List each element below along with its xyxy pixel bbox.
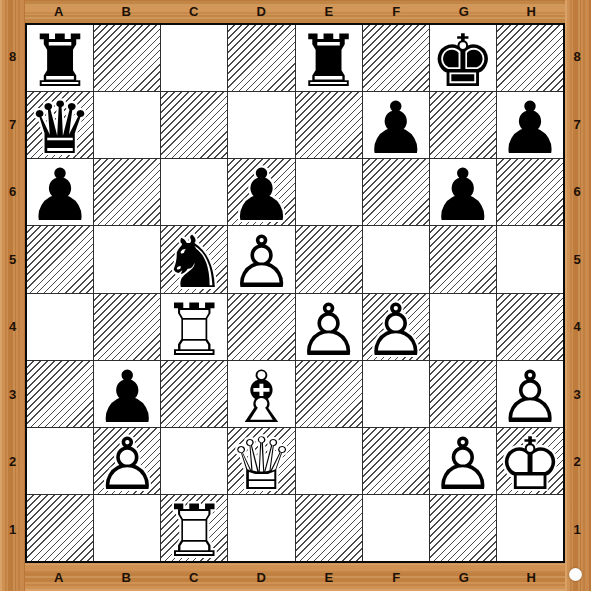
rank-labels-left: 87654321	[0, 23, 25, 563]
square-a1[interactable]	[27, 495, 93, 561]
file-label-a: A	[25, 565, 93, 589]
square-b1[interactable]	[94, 495, 160, 561]
square-b6[interactable]	[94, 159, 160, 225]
square-c2[interactable]	[161, 428, 227, 494]
file-label-d: D	[228, 565, 296, 589]
square-h2[interactable]: ♚♔	[497, 428, 563, 494]
square-h8[interactable]	[497, 25, 563, 91]
square-g1[interactable]	[430, 495, 496, 561]
black-piece-glyph: ♞	[161, 229, 227, 295]
square-d1[interactable]	[228, 495, 294, 561]
white-piece-glyph: ♙	[363, 297, 429, 363]
black-piece-glyph: ♜	[296, 28, 362, 94]
rank-label-7: 7	[0, 91, 25, 159]
square-d5[interactable]: ♟♙	[228, 226, 294, 292]
square-d4[interactable]	[228, 294, 294, 360]
white-pawn-g2[interactable]: ♟♙	[430, 428, 496, 494]
square-a4[interactable]	[27, 294, 93, 360]
square-b8[interactable]	[94, 25, 160, 91]
square-a7[interactable]: ♛♛	[27, 92, 93, 158]
square-b3[interactable]: ♟♟	[94, 361, 160, 427]
rank-label-3: 3	[565, 361, 589, 429]
rank-label-1: 1	[0, 496, 25, 564]
square-g8[interactable]: ♚♚	[430, 25, 496, 91]
square-c4[interactable]: ♜♖	[161, 294, 227, 360]
file-label-h: H	[498, 565, 566, 589]
square-g7[interactable]	[430, 92, 496, 158]
square-h1[interactable]	[497, 495, 563, 561]
square-c5[interactable]: ♞♞	[161, 226, 227, 292]
square-c3[interactable]	[161, 361, 227, 427]
black-piece-glyph: ♛	[27, 95, 93, 161]
white-pawn-h3[interactable]: ♟♙	[497, 361, 563, 427]
square-g5[interactable]	[430, 226, 496, 292]
square-a8[interactable]: ♜♜	[27, 25, 93, 91]
square-e4[interactable]: ♟♙	[296, 294, 362, 360]
square-c1[interactable]: ♜♖	[161, 495, 227, 561]
black-knight-c5[interactable]: ♞♞	[161, 226, 227, 292]
file-label-b: B	[93, 565, 161, 589]
file-labels-bottom: ABCDEFGH	[25, 565, 565, 589]
rank-label-6: 6	[565, 158, 589, 226]
file-label-g: G	[430, 565, 498, 589]
square-b2[interactable]: ♟♙	[94, 428, 160, 494]
white-pawn-f4[interactable]: ♟♙	[363, 294, 429, 360]
square-e6[interactable]	[296, 159, 362, 225]
square-d8[interactable]	[228, 25, 294, 91]
black-pawn-a6[interactable]: ♟♟	[27, 159, 93, 225]
rank-label-5: 5	[565, 226, 589, 294]
square-f1[interactable]	[363, 495, 429, 561]
square-e5[interactable]	[296, 226, 362, 292]
square-b7[interactable]	[94, 92, 160, 158]
rank-label-2: 2	[565, 428, 589, 496]
file-label-f: F	[363, 565, 431, 589]
file-label-b: B	[93, 0, 161, 23]
square-f6[interactable]	[363, 159, 429, 225]
white-piece-glyph: ♖	[161, 297, 227, 363]
rank-label-2: 2	[0, 428, 25, 496]
black-piece-glyph: ♟	[228, 162, 294, 228]
square-e7[interactable]	[296, 92, 362, 158]
square-c8[interactable]	[161, 25, 227, 91]
square-a6[interactable]: ♟♟	[27, 159, 93, 225]
white-piece-glyph: ♙	[430, 431, 496, 497]
board: ♜♜♜♜♚♚♛♛♟♟♟♟♟♟♟♟♟♟♞♞♟♙♜♖♟♙♟♙♟♟♝♗♟♙♟♙♛♕♟♙…	[25, 23, 565, 563]
square-g3[interactable]	[430, 361, 496, 427]
rank-label-4: 4	[565, 293, 589, 361]
black-rook-e8[interactable]: ♜♜	[296, 25, 362, 91]
white-piece-glyph: ♕	[228, 431, 294, 497]
white-piece-glyph: ♖	[161, 498, 227, 564]
square-h4[interactable]	[497, 294, 563, 360]
square-a2[interactable]	[27, 428, 93, 494]
white-to-move-indicator	[569, 568, 582, 581]
file-label-d: D	[228, 0, 296, 23]
white-pawn-d5[interactable]: ♟♙	[228, 226, 294, 292]
square-a3[interactable]	[27, 361, 93, 427]
square-g6[interactable]: ♟♟	[430, 159, 496, 225]
square-e2[interactable]	[296, 428, 362, 494]
black-rook-a8[interactable]: ♜♜	[27, 25, 93, 91]
rank-labels-right: 87654321	[565, 23, 589, 563]
square-h5[interactable]	[497, 226, 563, 292]
square-d3[interactable]: ♝♗	[228, 361, 294, 427]
black-pawn-g6[interactable]: ♟♟	[430, 159, 496, 225]
rank-label-5: 5	[0, 226, 25, 294]
black-pawn-b3[interactable]: ♟♟	[94, 361, 160, 427]
black-piece-glyph: ♚	[430, 28, 496, 94]
square-f3[interactable]	[363, 361, 429, 427]
rank-label-4: 4	[0, 293, 25, 361]
black-king-g8[interactable]: ♚♚	[430, 25, 496, 91]
black-piece-glyph: ♟	[27, 162, 93, 228]
black-pawn-f7[interactable]: ♟♟	[363, 92, 429, 158]
rank-label-3: 3	[0, 361, 25, 429]
square-h3[interactable]: ♟♙	[497, 361, 563, 427]
black-piece-glyph: ♟	[363, 95, 429, 161]
file-label-h: H	[498, 0, 566, 23]
square-f5[interactable]	[363, 226, 429, 292]
square-c6[interactable]	[161, 159, 227, 225]
rank-label-7: 7	[565, 91, 589, 159]
white-piece-glyph: ♙	[228, 229, 294, 295]
black-pawn-d6[interactable]: ♟♟	[228, 159, 294, 225]
rank-label-8: 8	[565, 23, 589, 91]
square-a5[interactable]	[27, 226, 93, 292]
black-piece-glyph: ♟	[497, 95, 563, 161]
square-b5[interactable]	[94, 226, 160, 292]
black-piece-glyph: ♟	[430, 162, 496, 228]
black-piece-glyph: ♟	[94, 364, 160, 430]
square-h6[interactable]	[497, 159, 563, 225]
white-queen-d2[interactable]: ♛♕	[228, 428, 294, 494]
white-rook-c1[interactable]: ♜♖	[161, 495, 227, 561]
square-h7[interactable]: ♟♟	[497, 92, 563, 158]
white-piece-glyph: ♙	[94, 431, 160, 497]
rank-label-8: 8	[0, 23, 25, 91]
rank-label-1: 1	[565, 496, 589, 564]
square-e3[interactable]	[296, 361, 362, 427]
white-pawn-b2[interactable]: ♟♙	[94, 428, 160, 494]
white-piece-glyph: ♙	[497, 364, 563, 430]
white-bishop-d3[interactable]: ♝♗	[228, 361, 294, 427]
square-e1[interactable]	[296, 495, 362, 561]
file-label-f: F	[363, 0, 431, 23]
white-rook-c4[interactable]: ♜♖	[161, 294, 227, 360]
square-e8[interactable]: ♜♜	[296, 25, 362, 91]
square-f2[interactable]	[363, 428, 429, 494]
rank-label-6: 6	[0, 158, 25, 226]
black-queen-a7[interactable]: ♛♛	[27, 92, 93, 158]
file-label-e: E	[295, 565, 363, 589]
square-d6[interactable]: ♟♟	[228, 159, 294, 225]
white-pawn-e4[interactable]: ♟♙	[296, 294, 362, 360]
square-g4[interactable]	[430, 294, 496, 360]
square-f8[interactable]	[363, 25, 429, 91]
black-piece-glyph: ♜	[27, 28, 93, 94]
chess-diagram: ABCDEFGH ABCDEFGH 87654321 87654321 ♜♜♜♜…	[0, 0, 591, 591]
square-c7[interactable]	[161, 92, 227, 158]
black-pawn-h7[interactable]: ♟♟	[497, 92, 563, 158]
white-piece-glyph: ♙	[296, 297, 362, 363]
square-d2[interactable]: ♛♕	[228, 428, 294, 494]
white-piece-glyph: ♗	[228, 364, 294, 430]
white-piece-glyph: ♔	[497, 431, 563, 497]
square-b4[interactable]	[94, 294, 160, 360]
square-d7[interactable]	[228, 92, 294, 158]
file-label-c: C	[160, 0, 228, 23]
square-g2[interactable]: ♟♙	[430, 428, 496, 494]
white-king-h2[interactable]: ♚♔	[497, 428, 563, 494]
square-f7[interactable]: ♟♟	[363, 92, 429, 158]
square-f4[interactable]: ♟♙	[363, 294, 429, 360]
